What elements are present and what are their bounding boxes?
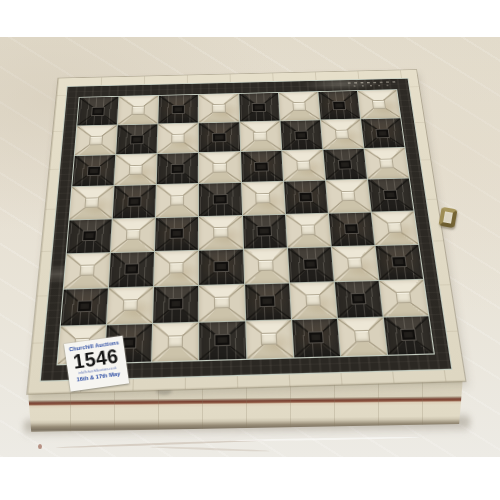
letterbox-top <box>0 0 500 37</box>
square-c7 <box>158 123 198 153</box>
square-e1 <box>246 320 293 359</box>
square-c3 <box>154 250 198 285</box>
square-g5 <box>326 180 371 212</box>
square-c4 <box>155 217 198 251</box>
square-e4 <box>243 214 287 248</box>
square-g1 <box>338 317 387 356</box>
square-g6 <box>323 149 367 180</box>
square-b6 <box>115 154 157 185</box>
square-e2 <box>245 283 291 320</box>
square-f5 <box>284 181 328 213</box>
square-d3 <box>199 249 243 284</box>
square-g4 <box>329 212 375 246</box>
square-d6 <box>199 152 240 183</box>
square-f6 <box>282 150 325 181</box>
square-e6 <box>241 151 283 182</box>
square-d1 <box>200 321 246 360</box>
square-h6 <box>364 148 408 179</box>
square-e3 <box>244 248 289 283</box>
square-b4 <box>111 218 155 252</box>
square-c5 <box>156 184 198 217</box>
square-a7 <box>75 125 117 155</box>
square-e7 <box>240 121 281 151</box>
auction-photo: Churchill Auctions 1546 info@churchillau… <box>0 0 500 500</box>
square-h7 <box>361 118 404 148</box>
square-b2 <box>107 287 153 324</box>
square-h1 <box>384 316 434 355</box>
square-b3 <box>109 252 154 288</box>
square-e5 <box>242 182 285 214</box>
square-d5 <box>199 183 241 215</box>
square-h8 <box>358 90 401 119</box>
square-a3 <box>64 253 110 289</box>
letterbox-bottom <box>0 457 500 500</box>
square-d7 <box>199 122 239 152</box>
square-f1 <box>292 319 340 358</box>
square-b8 <box>118 96 158 125</box>
speck-mark <box>38 444 42 449</box>
square-b5 <box>113 185 156 218</box>
square-a6 <box>72 155 115 186</box>
square-d8 <box>199 94 239 123</box>
square-a5 <box>70 186 114 219</box>
brass-clasp <box>438 207 457 228</box>
square-d2 <box>200 284 245 321</box>
square-b7 <box>116 124 157 154</box>
square-a4 <box>67 219 112 253</box>
square-h4 <box>372 211 419 245</box>
frame-scratch-marks <box>348 81 397 88</box>
square-a2 <box>61 288 108 325</box>
square-e8 <box>239 93 279 122</box>
square-g3 <box>332 246 379 281</box>
square-g2 <box>335 281 383 318</box>
square-f2 <box>290 282 337 319</box>
square-f7 <box>280 120 322 150</box>
square-d4 <box>199 215 242 249</box>
square-g7 <box>321 119 364 149</box>
dark-frame-border <box>40 78 453 382</box>
square-c6 <box>157 153 198 184</box>
square-c1 <box>152 323 198 362</box>
square-f4 <box>286 213 331 247</box>
square-g8 <box>318 91 360 120</box>
square-f3 <box>288 247 334 282</box>
square-h2 <box>379 280 428 317</box>
board-grid <box>56 89 434 365</box>
square-c2 <box>153 286 198 323</box>
auction-label: Churchill Auctions 1546 info@churchillau… <box>64 336 129 392</box>
square-a8 <box>77 97 118 126</box>
square-f8 <box>279 92 320 121</box>
square-c8 <box>159 95 199 124</box>
square-h5 <box>368 179 413 211</box>
square-h3 <box>375 245 423 280</box>
